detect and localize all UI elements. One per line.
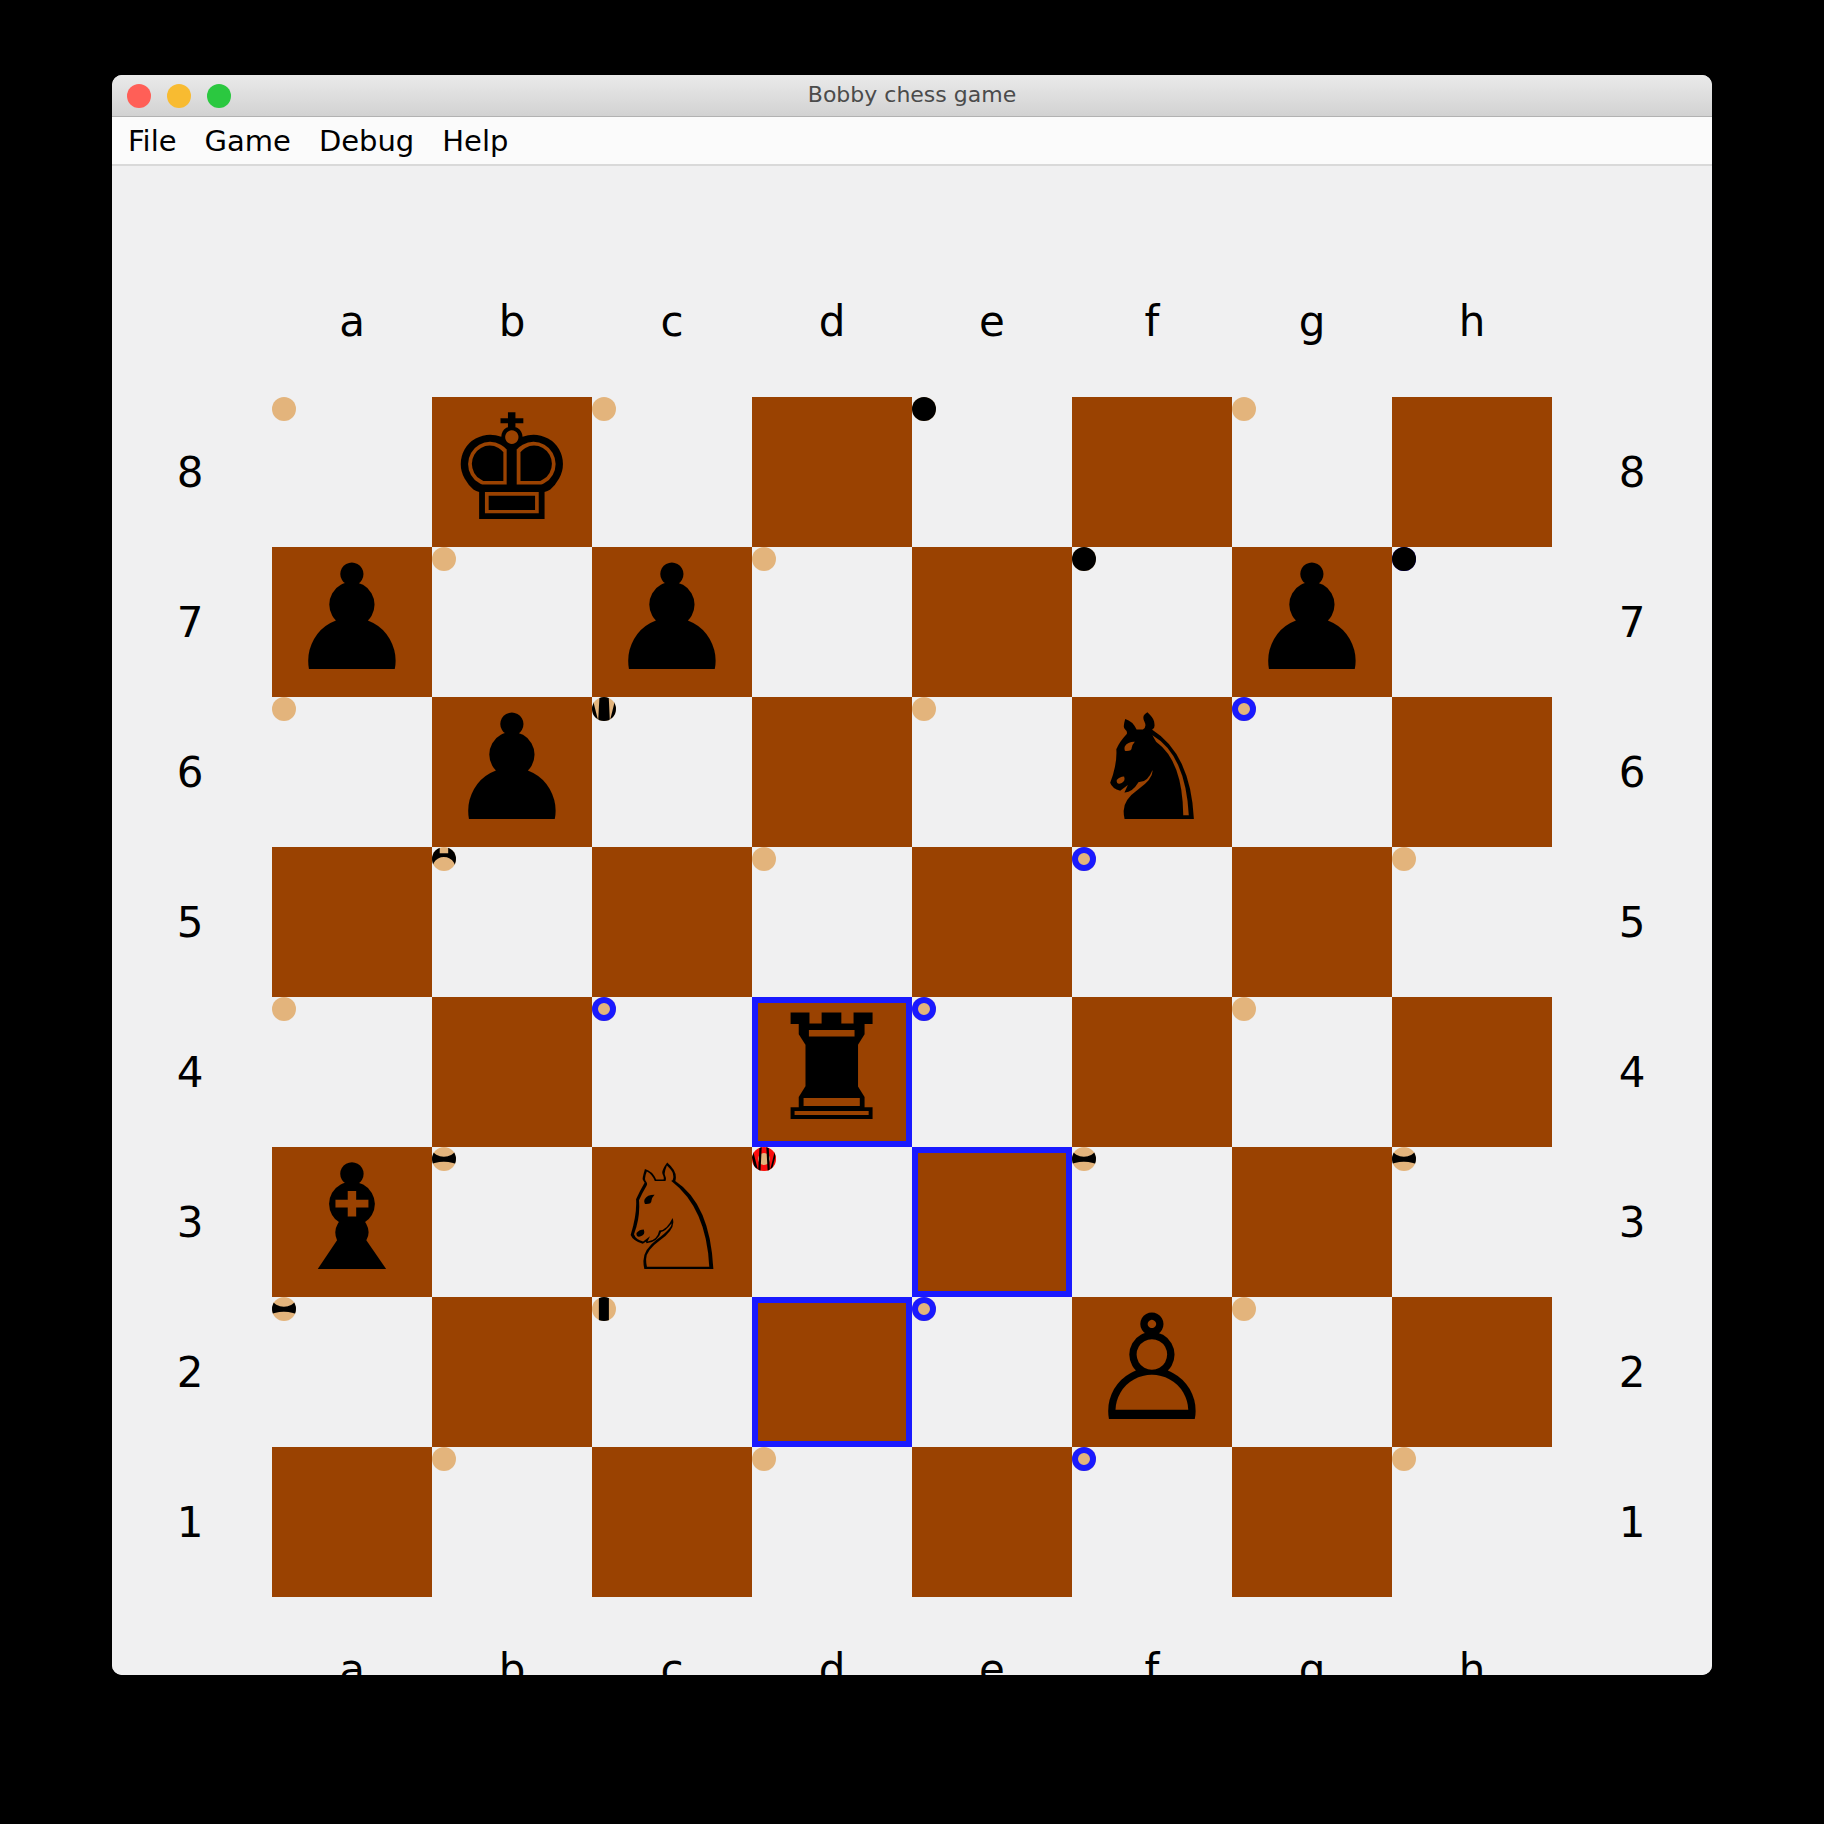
white-pawn-h3: ♙ <box>1392 1147 1416 1171</box>
square-f6[interactable]: ♞ <box>1072 697 1232 847</box>
square-f3[interactable]: ♙ <box>1072 1147 1096 1171</box>
file-label-bottom-b: b <box>432 1645 592 1675</box>
square-b4[interactable] <box>432 997 592 1147</box>
white-rook-h1: ♖ <box>1392 1447 1416 1471</box>
square-e3[interactable] <box>912 1147 1072 1297</box>
file-label-top-h: h <box>1392 297 1552 347</box>
traffic-lights <box>127 75 231 116</box>
file-label-bottom-e: e <box>912 1645 1072 1675</box>
menu-item-help[interactable]: Help <box>442 124 508 158</box>
file-label-top-d: d <box>752 297 912 347</box>
zoom-button[interactable] <box>207 84 231 108</box>
square-b2[interactable] <box>432 1297 592 1447</box>
black-rook-e8: ♜ <box>912 397 936 421</box>
square-c8[interactable] <box>592 397 616 421</box>
square-g2[interactable] <box>1232 1297 1256 1321</box>
black-bishop-a3: ♝ <box>287 1147 418 1293</box>
black-pawn-h7: ♟ <box>1392 547 1416 571</box>
content-area: abcdefgh 87654321 ♚♜♟♟♟♟♟♟♛♞♗♜♝♙♘♕♙♙♙♔♙♖… <box>112 166 1712 1675</box>
rank-label-right-5: 5 <box>1592 847 1672 997</box>
square-a1[interactable] <box>272 1447 432 1597</box>
square-a8[interactable] <box>272 397 296 421</box>
file-label-top-f: f <box>1072 297 1232 347</box>
file-label-bottom-d: d <box>752 1645 912 1675</box>
square-h7[interactable]: ♟ <box>1392 547 1416 571</box>
square-h6[interactable] <box>1392 697 1552 847</box>
square-b1[interactable] <box>432 1447 456 1471</box>
titlebar[interactable]: Bobby chess game <box>112 75 1712 117</box>
square-c5[interactable] <box>592 847 752 997</box>
square-d4[interactable]: ♜ <box>752 997 912 1147</box>
black-rook-d4: ♜ <box>767 997 898 1143</box>
square-b6[interactable]: ♟ <box>432 697 592 847</box>
square-f1[interactable] <box>1072 1447 1096 1471</box>
chess-board: ♚♜♟♟♟♟♟♟♛♞♗♜♝♙♘♕♙♙♙♔♙♖♖ <box>272 397 1552 1597</box>
rank-label-right-2: 2 <box>1592 1297 1672 1447</box>
square-g1[interactable] <box>1232 1447 1392 1597</box>
rank-label-right-1: 1 <box>1592 1447 1672 1597</box>
square-d2[interactable] <box>752 1297 912 1447</box>
square-e7[interactable] <box>912 547 1072 697</box>
file-labels-top: abcdefgh <box>272 297 1552 347</box>
menubar: FileGameDebugHelp <box>112 117 1712 166</box>
white-pawn-a2: ♙ <box>272 1297 296 1321</box>
white-pawn-f3: ♙ <box>1072 1147 1096 1171</box>
square-d5[interactable] <box>752 847 776 871</box>
black-pawn-b6: ♟ <box>447 697 578 843</box>
square-h5[interactable] <box>1392 847 1416 871</box>
square-a5[interactable] <box>272 847 432 997</box>
square-g8[interactable] <box>1232 397 1256 421</box>
file-label-bottom-c: c <box>592 1645 752 1675</box>
square-g4[interactable] <box>1232 997 1256 1021</box>
square-a3[interactable]: ♝ <box>272 1147 432 1297</box>
rank-label-left-8: 8 <box>150 397 230 547</box>
rank-labels-right: 87654321 <box>1592 397 1672 1597</box>
square-b8[interactable]: ♚ <box>432 397 592 547</box>
minimize-button[interactable] <box>167 84 191 108</box>
square-g3[interactable] <box>1232 1147 1392 1297</box>
rank-label-left-2: 2 <box>150 1297 230 1447</box>
square-b7[interactable] <box>432 547 456 571</box>
square-b5[interactable]: ♗ <box>432 847 456 871</box>
rank-label-right-7: 7 <box>1592 547 1672 697</box>
menu-item-game[interactable]: Game <box>205 124 291 158</box>
black-pawn-f7: ♟ <box>1072 547 1096 571</box>
black-pawn-g7: ♟ <box>1247 547 1378 693</box>
black-queen-c6: ♛ <box>592 697 616 721</box>
file-label-bottom-h: h <box>1392 1645 1552 1675</box>
file-label-top-c: c <box>592 297 752 347</box>
square-f4[interactable] <box>1072 997 1232 1147</box>
square-c6[interactable]: ♛ <box>592 697 616 721</box>
white-king-c2: ♔ <box>592 1297 616 1321</box>
square-f8[interactable] <box>1072 397 1232 547</box>
square-a6[interactable] <box>272 697 296 721</box>
square-c3[interactable]: ♘ <box>592 1147 752 1297</box>
black-king-b8: ♚ <box>447 397 578 543</box>
rank-label-right-8: 8 <box>1592 397 1672 547</box>
file-label-top-e: e <box>912 297 1072 347</box>
square-d3[interactable]: ♕ <box>752 1147 776 1171</box>
square-g5[interactable] <box>1232 847 1392 997</box>
square-f7[interactable]: ♟ <box>1072 547 1096 571</box>
square-f5[interactable] <box>1072 847 1096 871</box>
rank-label-right-6: 6 <box>1592 697 1672 847</box>
square-b3[interactable]: ♙ <box>432 1147 456 1171</box>
window-title: Bobby chess game <box>112 75 1712 115</box>
square-d7[interactable] <box>752 547 776 571</box>
white-bishop-b5: ♗ <box>432 847 456 871</box>
file-labels-bottom: abcdefgh <box>272 1645 1552 1675</box>
square-h2[interactable] <box>1392 1297 1552 1447</box>
file-label-bottom-g: g <box>1232 1645 1392 1675</box>
rank-label-left-3: 3 <box>150 1147 230 1297</box>
white-pawn-f2: ♙ <box>1087 1297 1218 1443</box>
square-e4[interactable] <box>912 997 936 1021</box>
file-label-top-g: g <box>1232 297 1392 347</box>
rank-label-left-7: 7 <box>150 547 230 697</box>
file-label-top-b: b <box>432 297 592 347</box>
square-d8[interactable] <box>752 397 912 547</box>
white-pawn-b3: ♙ <box>432 1147 456 1171</box>
square-e2[interactable] <box>912 1297 936 1321</box>
square-e1[interactable] <box>912 1447 1072 1597</box>
rank-label-left-6: 6 <box>150 697 230 847</box>
square-e8[interactable]: ♜ <box>912 397 936 421</box>
square-h1[interactable]: ♖ <box>1392 1447 1416 1471</box>
square-c7[interactable]: ♟ <box>592 547 752 697</box>
black-pawn-a7: ♟ <box>287 547 418 693</box>
rank-label-left-4: 4 <box>150 997 230 1147</box>
rank-label-right-3: 3 <box>1592 1147 1672 1297</box>
rank-label-left-1: 1 <box>150 1447 230 1597</box>
app-window: Bobby chess game FileGameDebugHelp abcde… <box>112 75 1712 1675</box>
square-h8[interactable] <box>1392 397 1552 547</box>
menu-item-file[interactable]: File <box>128 124 177 158</box>
square-a2[interactable]: ♙ <box>272 1297 296 1321</box>
close-button[interactable] <box>127 84 151 108</box>
rank-label-left-5: 5 <box>150 847 230 997</box>
square-f2[interactable]: ♙ <box>1072 1297 1232 1447</box>
square-d6[interactable] <box>752 697 912 847</box>
square-c4[interactable] <box>592 997 616 1021</box>
black-pawn-c7: ♟ <box>607 547 738 693</box>
square-c1[interactable] <box>592 1447 752 1597</box>
rank-label-right-4: 4 <box>1592 997 1672 1147</box>
file-label-top-a: a <box>272 297 432 347</box>
square-g6[interactable] <box>1232 697 1256 721</box>
square-d1[interactable]: ♖ <box>752 1447 776 1471</box>
square-g7[interactable]: ♟ <box>1232 547 1392 697</box>
file-label-bottom-f: f <box>1072 1645 1232 1675</box>
white-rook-d1: ♖ <box>752 1447 776 1471</box>
square-a4[interactable] <box>272 997 296 1021</box>
square-h3[interactable]: ♙ <box>1392 1147 1416 1171</box>
white-knight-c3: ♘ <box>607 1147 738 1293</box>
square-e5[interactable] <box>912 847 1072 997</box>
square-c2[interactable]: ♔ <box>592 1297 616 1321</box>
square-e6[interactable] <box>912 697 936 721</box>
menu-item-debug[interactable]: Debug <box>319 124 414 158</box>
rank-labels-left: 87654321 <box>150 397 230 1597</box>
white-queen-d3: ♕ <box>752 1147 776 1171</box>
black-knight-f6: ♞ <box>1087 697 1218 843</box>
square-a7[interactable]: ♟ <box>272 547 432 697</box>
file-label-bottom-a: a <box>272 1645 432 1675</box>
square-h4[interactable] <box>1392 997 1552 1147</box>
screenshot-background: Bobby chess game FileGameDebugHelp abcde… <box>0 0 1824 1824</box>
